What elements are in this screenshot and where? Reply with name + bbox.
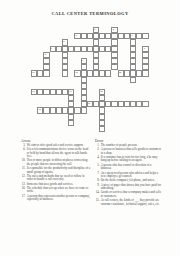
across-clue-list: 3.We aim to offer good sales and service…: [21, 144, 91, 202]
grid-cell[interactable]: [130, 77, 136, 83]
clue: 6.It is a telecommunications device worn…: [21, 148, 91, 158]
clue-number: 12: [119, 71, 121, 73]
grid-cell[interactable]: [142, 33, 148, 39]
clue-text: It is a telecommunications device worn o…: [27, 148, 91, 158]
clue-text: The schedule that sets up when we have t…: [27, 187, 91, 194]
grid-cell[interactable]: [142, 101, 148, 107]
grid-cell[interactable]: [43, 70, 49, 76]
clue-text: The rules and methods that we need to fo…: [27, 175, 91, 182]
clue-text: If a customer has to wait for too long, …: [101, 156, 161, 163]
clue-text: A person who has control or direction of…: [101, 164, 161, 171]
clue-number: 13: [32, 90, 34, 92]
crossword-grid: 1234567891011121314151617: [31, 27, 149, 132]
clue-number: 6: [51, 47, 52, 49]
grid-cell[interactable]: [105, 70, 111, 76]
clue-number: 9: [82, 59, 83, 61]
clue-number: 10: [32, 71, 34, 73]
clue: 17.A person that represents another pers…: [21, 195, 91, 202]
clue: 5.A person who has control or direction …: [95, 164, 161, 171]
clue-text: At call centers, the kinds of ___ they p…: [101, 199, 161, 206]
clue-number: 2: [113, 28, 114, 30]
clue-text: A person that represents another person …: [27, 195, 91, 202]
clue: 16.The schedule that sets up when we hav…: [21, 187, 91, 194]
across-clues-section: Across 3.We aim to offer good sales and …: [21, 139, 91, 203]
clue-number: 1: [94, 28, 95, 30]
page-title: CALL CENTER TERMINOLOGY: [0, 11, 180, 16]
clue-number: 5: [63, 40, 64, 42]
clue-number: 8: [45, 53, 46, 55]
clue: 12.The rules and methods that we need to…: [21, 175, 91, 182]
clue: 4.If a customer has to wait for too long…: [95, 156, 161, 163]
grid-cell[interactable]: [81, 107, 87, 113]
clue: 15.At call centers, the kinds of ___ the…: [95, 199, 161, 206]
clue-number: 3: [76, 34, 77, 36]
grid-cell[interactable]: [99, 126, 105, 132]
clue-number: 17: [38, 108, 40, 110]
clue-number: 14: [69, 90, 71, 92]
grid-cell[interactable]: [62, 70, 68, 76]
clue-number: 7: [144, 47, 145, 49]
grid-cell[interactable]: [142, 70, 148, 76]
clue-number: 11: [76, 71, 78, 73]
clue-number: 16: [88, 102, 90, 104]
clue-number: 15: [100, 90, 102, 92]
grid-cell[interactable]: [68, 120, 74, 126]
worksheet-page: CALL CENTER TERMINOLOGY 1234567891011121…: [0, 0, 180, 256]
down-clues-section: Down 1.The number of people present.2.A …: [95, 139, 161, 207]
clue-number: 4: [131, 34, 132, 36]
down-clue-list: 1.The number of people present.2.A perso…: [95, 144, 161, 206]
